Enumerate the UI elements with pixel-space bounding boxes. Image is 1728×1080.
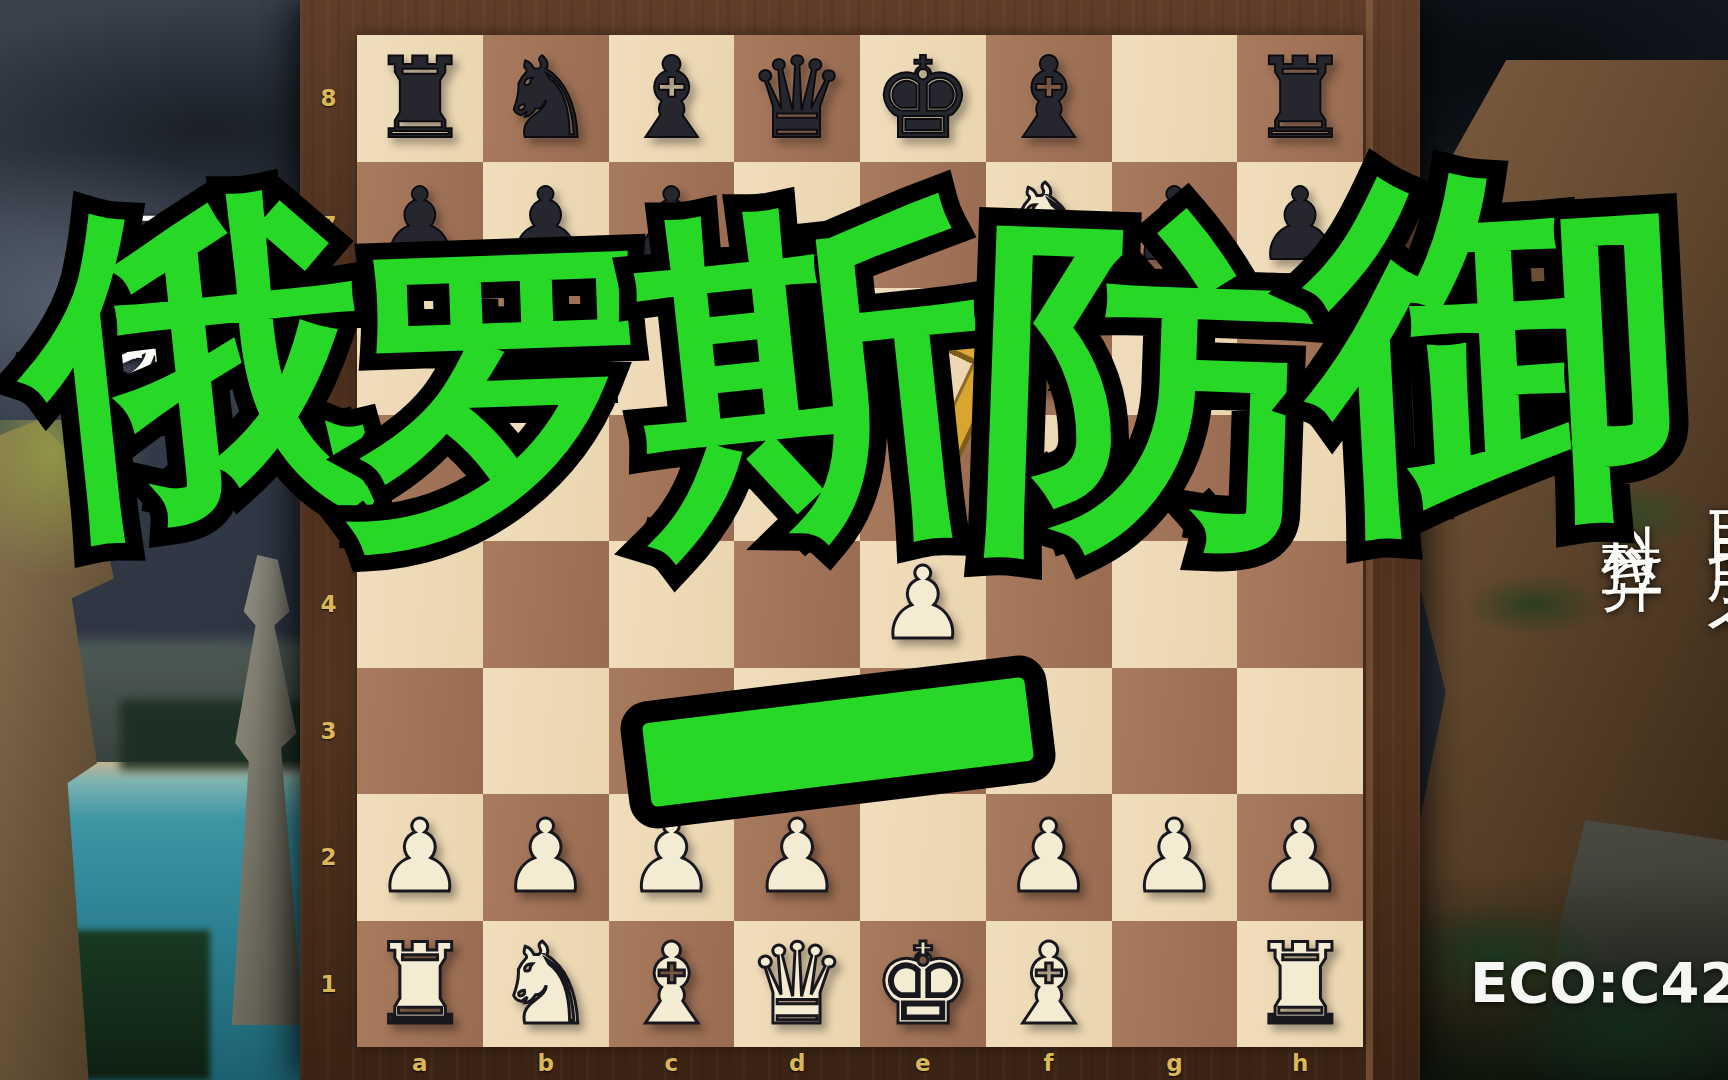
watermark-note-a: 科拉弃 (1590, 476, 1674, 506)
move-arrow-e5-f7 (0, 0, 1728, 1080)
watermark-title-column: 俄罗斯防御一 (1452, 253, 1542, 319)
watermark-channel-name: 国际象棋侯老师 (94, 140, 258, 231)
eco-label: ECO:C42 (1470, 950, 1728, 1015)
watermark-note-b: 取胜之 (1696, 452, 1728, 524)
thumbnail-canvas: ♜♞♝♛♚♝♜♟♟♟♞♟♟♟♞♟♟♟♟♟♟♟♟♜♞♝♛♚♝♜ 87654321a… (0, 0, 1728, 1080)
